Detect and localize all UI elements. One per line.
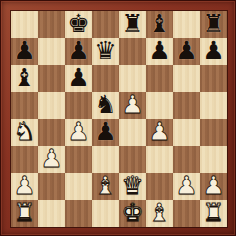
square-c4[interactable]: ♟ [65,119,92,146]
piece-white-pawn: ♟ [175,172,197,199]
square-a2[interactable]: ♟ [11,173,38,200]
square-f2[interactable] [146,173,173,200]
square-a3[interactable] [11,146,38,173]
square-e4[interactable] [119,119,146,146]
piece-black-bishop: ♝ [13,64,35,91]
piece-black-queen: ♛ [94,37,116,64]
square-c3[interactable] [65,146,92,173]
square-d1[interactable] [92,200,119,227]
piece-black-rook: ♜ [202,10,224,37]
square-f5[interactable] [146,92,173,119]
square-f8[interactable]: ♝ [146,11,173,38]
square-g2[interactable]: ♟ [173,173,200,200]
square-g4[interactable] [173,119,200,146]
piece-white-bishop: ♝ [94,172,116,199]
square-c1[interactable] [65,200,92,227]
square-f3[interactable] [146,146,173,173]
piece-white-pawn: ♟ [13,172,35,199]
piece-white-pawn: ♟ [40,145,62,172]
piece-black-pawn: ♟ [13,37,35,64]
piece-white-rook: ♜ [202,199,224,226]
square-a5[interactable] [11,92,38,119]
square-a8[interactable] [11,11,38,38]
square-d4[interactable]: ♟ [92,119,119,146]
square-e1[interactable]: ♚ [119,200,146,227]
square-c7[interactable]: ♟ [65,38,92,65]
piece-white-pawn: ♟ [121,91,143,118]
square-h7[interactable]: ♟ [200,38,227,65]
piece-black-pawn: ♟ [148,37,170,64]
piece-white-knight: ♞ [13,118,35,145]
square-d6[interactable] [92,65,119,92]
square-d3[interactable] [92,146,119,173]
chess-board-frame: ♚♜♝♜♟♟♛♟♟♟♝♟♞♟♞♟♟♟♟♟♝♛♟♟♜♚♝♜ [0,0,236,236]
square-g3[interactable] [173,146,200,173]
square-c5[interactable] [65,92,92,119]
square-e8[interactable]: ♜ [119,11,146,38]
square-h3[interactable] [200,146,227,173]
square-h1[interactable]: ♜ [200,200,227,227]
square-b3[interactable]: ♟ [38,146,65,173]
piece-white-pawn: ♟ [67,118,89,145]
square-a4[interactable]: ♞ [11,119,38,146]
square-g5[interactable] [173,92,200,119]
square-e6[interactable] [119,65,146,92]
square-e2[interactable]: ♛ [119,173,146,200]
square-h2[interactable]: ♟ [200,173,227,200]
square-c2[interactable] [65,173,92,200]
square-g1[interactable] [173,200,200,227]
square-h5[interactable] [200,92,227,119]
piece-white-pawn: ♟ [148,118,170,145]
square-f6[interactable] [146,65,173,92]
square-a6[interactable]: ♝ [11,65,38,92]
piece-white-bishop: ♝ [148,199,170,226]
piece-black-bishop: ♝ [148,10,170,37]
piece-white-queen: ♛ [121,172,143,199]
square-h8[interactable]: ♜ [200,11,227,38]
piece-black-king: ♚ [67,10,89,37]
square-b4[interactable] [38,119,65,146]
square-e5[interactable]: ♟ [119,92,146,119]
piece-white-king: ♚ [121,199,143,226]
square-f7[interactable]: ♟ [146,38,173,65]
square-c8[interactable]: ♚ [65,11,92,38]
chess-board: ♚♜♝♜♟♟♛♟♟♟♝♟♞♟♞♟♟♟♟♟♝♛♟♟♜♚♝♜ [11,11,227,227]
square-c6[interactable]: ♟ [65,65,92,92]
piece-black-rook: ♜ [121,10,143,37]
square-e3[interactable] [119,146,146,173]
piece-white-rook: ♜ [13,199,35,226]
square-h6[interactable] [200,65,227,92]
square-h4[interactable] [200,119,227,146]
square-b1[interactable] [38,200,65,227]
piece-black-pawn: ♟ [67,64,89,91]
square-b2[interactable] [38,173,65,200]
square-a1[interactable]: ♜ [11,200,38,227]
square-g8[interactable] [173,11,200,38]
square-a7[interactable]: ♟ [11,38,38,65]
piece-black-knight: ♞ [94,91,116,118]
square-b8[interactable] [38,11,65,38]
square-f1[interactable]: ♝ [146,200,173,227]
square-d5[interactable]: ♞ [92,92,119,119]
square-d8[interactable] [92,11,119,38]
square-f4[interactable]: ♟ [146,119,173,146]
piece-white-pawn: ♟ [202,172,224,199]
piece-black-pawn: ♟ [94,118,116,145]
square-g6[interactable] [173,65,200,92]
piece-black-pawn: ♟ [202,37,224,64]
square-b7[interactable] [38,38,65,65]
piece-black-pawn: ♟ [175,37,197,64]
square-e7[interactable] [119,38,146,65]
piece-black-pawn: ♟ [67,37,89,64]
square-b5[interactable] [38,92,65,119]
square-d7[interactable]: ♛ [92,38,119,65]
square-g7[interactable]: ♟ [173,38,200,65]
square-d2[interactable]: ♝ [92,173,119,200]
square-b6[interactable] [38,65,65,92]
